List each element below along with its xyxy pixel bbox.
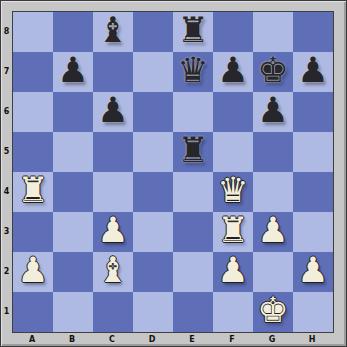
rank-labels: 87654321: [1, 11, 12, 331]
square-h4[interactable]: [293, 172, 333, 212]
square-e5[interactable]: ♜: [173, 132, 213, 172]
rank-label-6: 6: [1, 91, 12, 131]
square-d1[interactable]: [133, 292, 173, 332]
square-g3[interactable]: ♟: [253, 212, 293, 252]
file-label-e: E: [172, 333, 212, 346]
square-a8[interactable]: [13, 12, 53, 52]
rank-label-7: 7: [1, 51, 12, 91]
square-c7[interactable]: [93, 52, 133, 92]
file-label-g: G: [252, 333, 292, 346]
square-b4[interactable]: [53, 172, 93, 212]
black-rook[interactable]: ♜: [177, 133, 208, 168]
square-b7[interactable]: ♟: [53, 52, 93, 92]
square-f2[interactable]: ♟: [213, 252, 253, 292]
square-h2[interactable]: ♟: [293, 252, 333, 292]
file-label-d: D: [132, 333, 172, 346]
square-d6[interactable]: [133, 92, 173, 132]
black-bishop[interactable]: ♝: [97, 13, 128, 48]
square-g2[interactable]: [253, 252, 293, 292]
square-g8[interactable]: [253, 12, 293, 52]
square-d8[interactable]: [133, 12, 173, 52]
square-b1[interactable]: [53, 292, 93, 332]
rank-label-5: 5: [1, 131, 12, 171]
square-a3[interactable]: [13, 212, 53, 252]
white-bishop[interactable]: ♝: [97, 253, 128, 288]
square-f5[interactable]: [213, 132, 253, 172]
square-f6[interactable]: [213, 92, 253, 132]
square-c3[interactable]: ♟: [93, 212, 133, 252]
square-c8[interactable]: ♝: [93, 12, 133, 52]
white-pawn[interactable]: ♟: [297, 253, 328, 288]
square-g5[interactable]: [253, 132, 293, 172]
square-e7[interactable]: ♛: [173, 52, 213, 92]
square-d2[interactable]: [133, 252, 173, 292]
white-queen[interactable]: ♛: [217, 173, 248, 208]
square-f8[interactable]: [213, 12, 253, 52]
square-c1[interactable]: [93, 292, 133, 332]
black-pawn[interactable]: ♟: [217, 53, 248, 88]
square-h3[interactable]: [293, 212, 333, 252]
square-c6[interactable]: ♟: [93, 92, 133, 132]
rank-label-4: 4: [1, 171, 12, 211]
white-pawn[interactable]: ♟: [97, 213, 128, 248]
chess-board[interactable]: ♝♜♟♛♟♚♟♟♟♜♜♛♟♜♟♟♝♟♟♚: [12, 11, 334, 333]
rank-label-1: 1: [1, 291, 12, 331]
white-rook[interactable]: ♜: [217, 213, 248, 248]
square-e3[interactable]: [173, 212, 213, 252]
square-h1[interactable]: [293, 292, 333, 332]
square-e1[interactable]: [173, 292, 213, 332]
black-rook[interactable]: ♜: [177, 13, 208, 48]
square-f3[interactable]: ♜: [213, 212, 253, 252]
square-d4[interactable]: [133, 172, 173, 212]
square-f7[interactable]: ♟: [213, 52, 253, 92]
file-label-c: C: [92, 333, 132, 346]
file-label-f: F: [212, 333, 252, 346]
white-rook[interactable]: ♜: [17, 173, 48, 208]
square-f4[interactable]: ♛: [213, 172, 253, 212]
square-d7[interactable]: [133, 52, 173, 92]
black-pawn[interactable]: ♟: [257, 93, 288, 128]
black-king[interactable]: ♚: [257, 53, 288, 88]
square-e2[interactable]: [173, 252, 213, 292]
square-h8[interactable]: [293, 12, 333, 52]
square-c4[interactable]: [93, 172, 133, 212]
square-e6[interactable]: [173, 92, 213, 132]
square-e8[interactable]: ♜: [173, 12, 213, 52]
square-b3[interactable]: [53, 212, 93, 252]
square-a5[interactable]: [13, 132, 53, 172]
square-g4[interactable]: [253, 172, 293, 212]
square-h7[interactable]: ♟: [293, 52, 333, 92]
square-d3[interactable]: [133, 212, 173, 252]
rank-label-3: 3: [1, 211, 12, 251]
square-a4[interactable]: ♜: [13, 172, 53, 212]
black-queen[interactable]: ♛: [177, 53, 208, 88]
square-h6[interactable]: [293, 92, 333, 132]
rank-label-8: 8: [1, 11, 12, 51]
file-label-h: H: [292, 333, 332, 346]
square-b8[interactable]: [53, 12, 93, 52]
square-a6[interactable]: [13, 92, 53, 132]
black-pawn[interactable]: ♟: [297, 53, 328, 88]
square-g7[interactable]: ♚: [253, 52, 293, 92]
white-pawn[interactable]: ♟: [17, 253, 48, 288]
square-b2[interactable]: [53, 252, 93, 292]
file-label-b: B: [52, 333, 92, 346]
square-h5[interactable]: [293, 132, 333, 172]
black-pawn[interactable]: ♟: [97, 93, 128, 128]
square-d5[interactable]: [133, 132, 173, 172]
square-c5[interactable]: [93, 132, 133, 172]
chessboard-frame: 87654321 ♝♜♟♛♟♚♟♟♟♜♜♛♟♜♟♟♝♟♟♚ ABCDEFGH: [0, 0, 347, 347]
square-g1[interactable]: ♚: [253, 292, 293, 332]
square-f1[interactable]: [213, 292, 253, 332]
file-label-a: A: [12, 333, 52, 346]
square-a7[interactable]: [13, 52, 53, 92]
square-g6[interactable]: ♟: [253, 92, 293, 132]
square-c2[interactable]: ♝: [93, 252, 133, 292]
square-a2[interactable]: ♟: [13, 252, 53, 292]
white-king[interactable]: ♚: [257, 293, 288, 328]
square-a1[interactable]: [13, 292, 53, 332]
white-pawn[interactable]: ♟: [257, 213, 288, 248]
square-e4[interactable]: [173, 172, 213, 212]
square-b5[interactable]: [53, 132, 93, 172]
file-labels: ABCDEFGH: [12, 333, 332, 346]
white-pawn[interactable]: ♟: [217, 253, 248, 288]
rank-label-2: 2: [1, 251, 12, 291]
square-b6[interactable]: [53, 92, 93, 132]
black-pawn[interactable]: ♟: [57, 53, 88, 88]
